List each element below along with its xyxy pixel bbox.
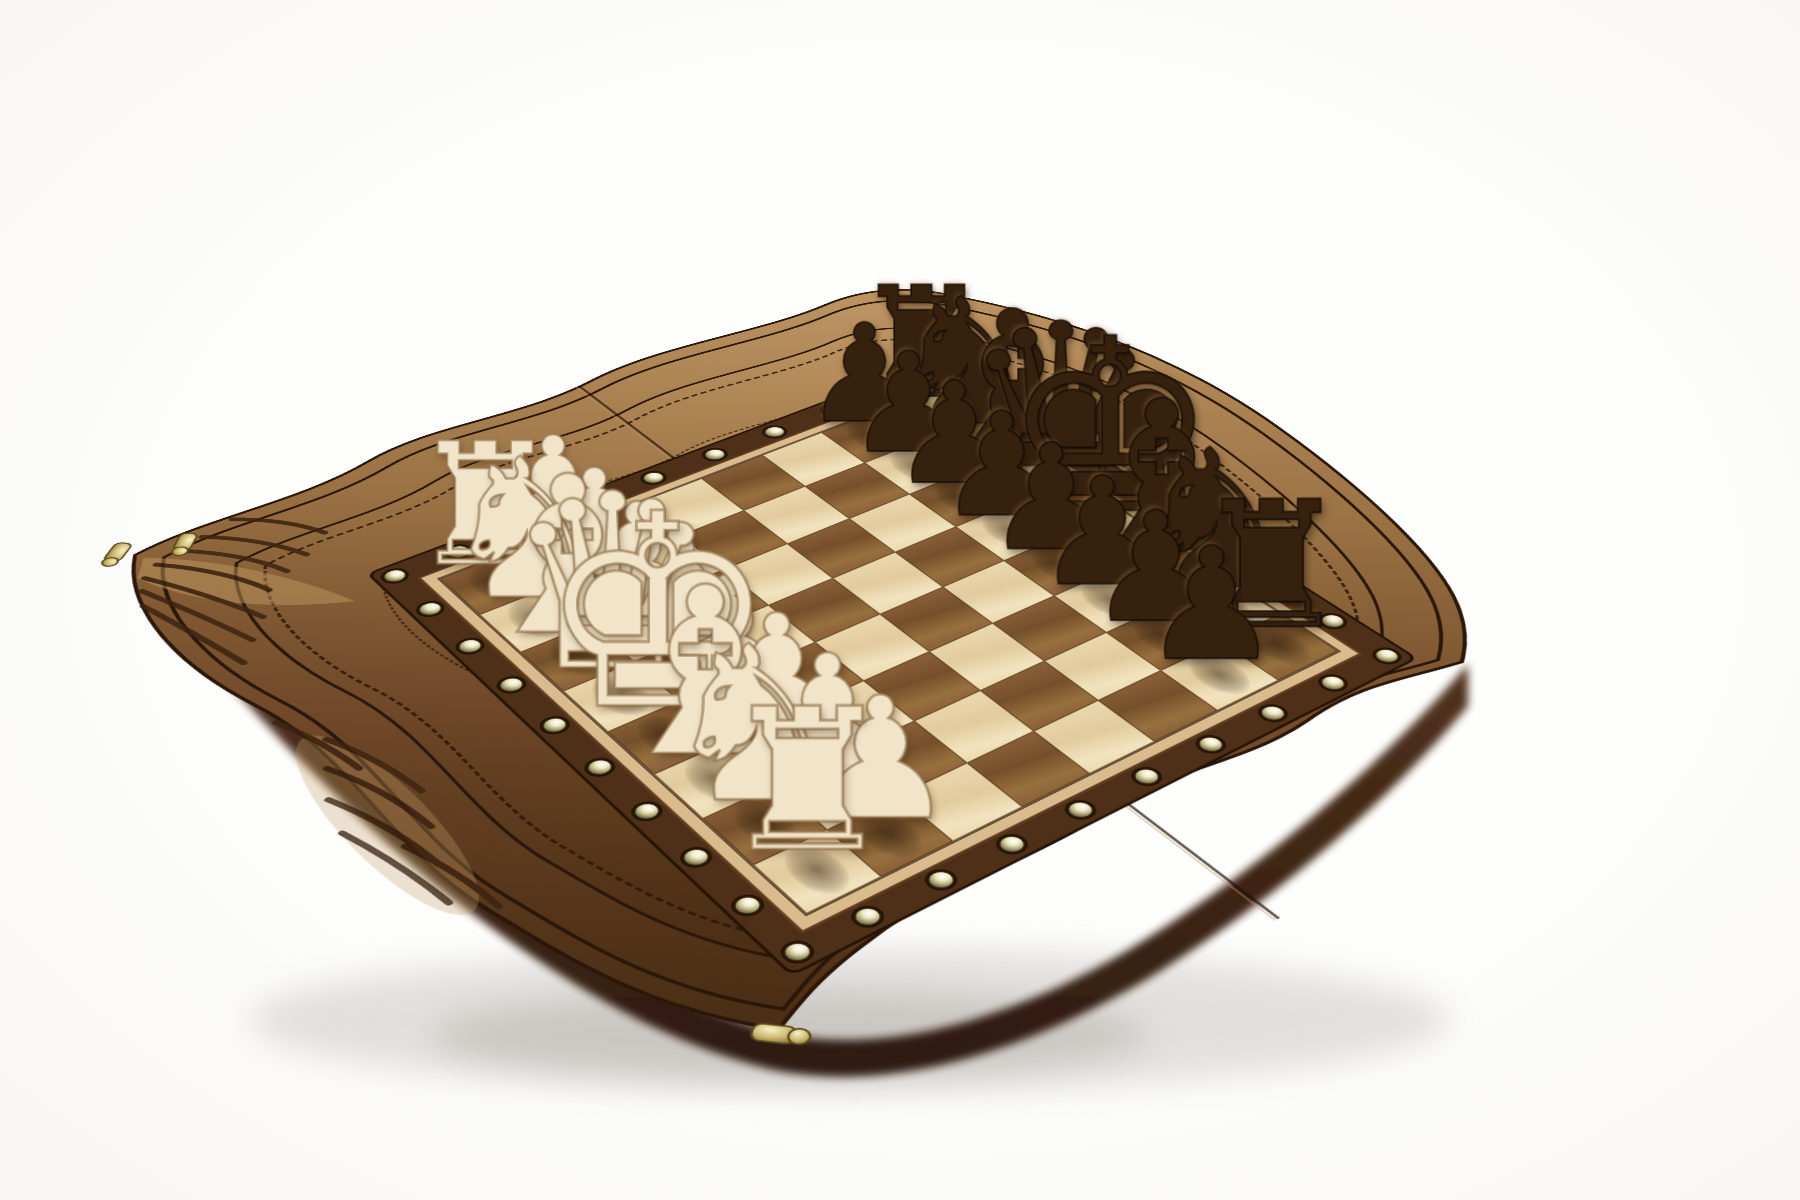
photo-stage: ♜♟♞♟♝♟♛♟♚♟♟♝♜♟♟♞♞♟♟♜♝♟♟♛♟♚♟♝♟♞♟♜: [0, 0, 1800, 1200]
piece-glyph: ♜: [613, 687, 1002, 874]
brass-clasp[interactable]: [750, 1023, 813, 1047]
piece-glyph: ♟: [1036, 531, 1388, 679]
brass-clasp[interactable]: [98, 542, 132, 567]
